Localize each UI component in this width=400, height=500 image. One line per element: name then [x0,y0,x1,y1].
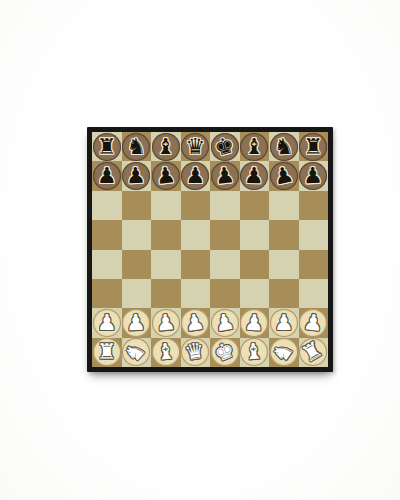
black-rook-disc-a8[interactable]: ♜ [93,133,121,161]
black-bishop-icon: ♝ [244,136,264,158]
square-b4[interactable] [122,250,152,279]
square-a8[interactable]: ♜ [92,132,122,161]
black-pawn-icon: ♟ [244,165,264,188]
square-e4[interactable] [210,250,240,279]
square-h8[interactable]: ♜ [299,132,329,161]
white-pawn-disc-d2[interactable]: ♟ [181,309,209,337]
square-e5[interactable] [210,220,240,249]
white-bishop-disc-f1[interactable]: ♝ [240,338,268,366]
square-c8[interactable]: ♝ [151,132,181,161]
black-pawn-icon: ♟ [303,165,323,188]
black-pawn-disc-a7[interactable]: ♟ [93,162,121,190]
photo-background: ♜♞♝♛♚♝♞♜♟♟♟♟♟♟♟♟♟♟♟♟♟♟♟♟♜♞♝♛♚♝♞♜ [0,0,400,500]
square-c4[interactable] [151,250,181,279]
white-pawn-icon: ♟ [244,311,265,334]
square-h4[interactable] [299,250,329,279]
white-pawn-disc-f2[interactable]: ♟ [240,309,268,337]
square-b6[interactable] [122,191,152,220]
black-pawn-disc-d7[interactable]: ♟ [181,162,209,190]
white-pawn-icon: ♟ [302,311,324,335]
white-pawn-disc-h2[interactable]: ♟ [299,309,327,337]
white-rook-icon: ♜ [299,338,327,367]
white-rook-disc-h1[interactable]: ♜ [299,338,327,366]
square-d8[interactable]: ♛ [181,132,211,161]
black-rook-icon: ♜ [97,136,117,158]
square-g2[interactable]: ♟ [269,308,299,337]
white-pawn-icon: ♟ [126,312,146,335]
white-bishop-disc-c1[interactable]: ♝ [152,338,180,366]
square-d6[interactable] [181,191,211,220]
square-c7[interactable]: ♟ [151,161,181,190]
square-b3[interactable] [122,279,152,308]
white-knight-icon: ♞ [121,338,151,367]
square-d7[interactable]: ♟ [181,161,211,190]
square-a3[interactable] [92,279,122,308]
white-bishop-icon: ♝ [243,340,265,364]
white-king-icon: ♚ [211,338,238,366]
square-f3[interactable] [240,279,270,308]
square-a7[interactable]: ♟ [92,161,122,190]
square-f7[interactable]: ♟ [240,161,270,190]
square-e3[interactable] [210,279,240,308]
square-g6[interactable] [269,191,299,220]
square-c5[interactable] [151,220,181,249]
black-bishop-icon: ♝ [156,136,176,158]
white-bishop-icon: ♝ [155,340,177,364]
square-h3[interactable] [299,279,329,308]
black-pawn-disc-f7[interactable]: ♟ [240,162,268,190]
black-pawn-icon: ♟ [272,163,296,189]
black-pawn-icon: ♟ [126,165,147,188]
black-pawn-disc-h7[interactable]: ♟ [299,162,327,190]
square-c3[interactable] [151,279,181,308]
white-queen-disc-d1[interactable]: ♛ [181,338,209,366]
square-e8[interactable]: ♚ [210,132,240,161]
square-a6[interactable] [92,191,122,220]
black-knight-icon: ♞ [126,136,146,158]
black-queen-disc-d8[interactable]: ♛ [181,133,209,161]
chess-board-frame: ♜♞♝♛♚♝♞♜♟♟♟♟♟♟♟♟♟♟♟♟♟♟♟♟♜♞♝♛♚♝♞♜ [87,127,333,372]
black-pawn-disc-c7[interactable]: ♟ [152,162,180,190]
square-b2[interactable]: ♟ [122,308,152,337]
white-pawn-icon: ♟ [97,312,117,334]
black-knight-disc-g8[interactable]: ♞ [270,133,298,161]
black-pawn-icon: ♟ [185,165,205,187]
black-knight-icon: ♞ [273,135,294,158]
black-queen-icon: ♛ [185,136,205,158]
square-c1[interactable]: ♝ [151,338,181,367]
white-rook-icon: ♜ [97,341,117,363]
square-h1[interactable]: ♜ [299,338,329,367]
white-rook-disc-a1[interactable]: ♜ [93,338,121,366]
square-c6[interactable] [151,191,181,220]
white-pawn-disc-a2[interactable]: ♟ [93,309,121,337]
square-a4[interactable] [92,250,122,279]
square-d5[interactable] [181,220,211,249]
square-f1[interactable]: ♝ [240,338,270,367]
white-king-disc-e1[interactable]: ♚ [211,338,239,366]
square-f2[interactable]: ♟ [240,308,270,337]
white-pawn-icon: ♟ [184,311,207,336]
square-g1[interactable]: ♞ [269,338,299,367]
black-rook-disc-h8[interactable]: ♜ [299,133,327,161]
square-b5[interactable] [122,220,152,249]
square-b1[interactable]: ♞ [122,338,152,367]
square-a5[interactable] [92,220,122,249]
black-pawn-disc-e7[interactable]: ♟ [211,162,239,190]
square-d1[interactable]: ♛ [181,338,211,367]
square-h2[interactable]: ♟ [299,308,329,337]
white-pawn-icon: ♟ [155,311,177,335]
black-knight-disc-b8[interactable]: ♞ [122,133,150,161]
square-d4[interactable] [181,250,211,279]
square-a2[interactable]: ♟ [92,308,122,337]
square-d3[interactable] [181,279,211,308]
white-knight-disc-b1[interactable]: ♞ [122,338,150,366]
black-rook-icon: ♜ [303,136,323,158]
chess-board: ♜♞♝♛♚♝♞♜♟♟♟♟♟♟♟♟♟♟♟♟♟♟♟♟♜♞♝♛♚♝♞♜ [92,132,328,367]
white-knight-icon: ♞ [268,338,297,367]
square-e6[interactable] [210,191,240,220]
square-g8[interactable]: ♞ [269,132,299,161]
black-pawn-icon: ♟ [214,164,236,188]
square-h7[interactable]: ♟ [299,161,329,190]
white-knight-disc-g1[interactable]: ♞ [270,338,298,366]
square-g5[interactable] [269,220,299,249]
square-a1[interactable]: ♜ [92,338,122,367]
black-bishop-disc-c8[interactable]: ♝ [152,133,180,161]
white-pawn-icon: ♟ [213,310,236,335]
black-king-disc-e8[interactable]: ♚ [211,133,239,161]
square-h5[interactable] [299,220,329,249]
square-g7[interactable]: ♟ [269,161,299,190]
white-pawn-disc-c2[interactable]: ♟ [152,309,180,337]
white-queen-icon: ♛ [183,340,206,365]
square-f5[interactable] [240,220,270,249]
black-king-icon: ♚ [212,134,237,160]
black-pawn-disc-b7[interactable]: ♟ [122,162,150,190]
white-pawn-disc-g2[interactable]: ♟ [270,309,298,337]
square-b8[interactable]: ♞ [122,132,152,161]
square-e7[interactable]: ♟ [210,161,240,190]
square-g4[interactable] [269,250,299,279]
white-pawn-disc-e2[interactable]: ♟ [211,309,239,337]
square-f6[interactable] [240,191,270,220]
square-b7[interactable]: ♟ [122,161,152,190]
white-pawn-disc-b2[interactable]: ♟ [122,309,150,337]
black-pawn-icon: ♟ [97,165,117,187]
square-f4[interactable] [240,250,270,279]
black-pawn-disc-g7[interactable]: ♟ [270,162,298,190]
square-d2[interactable]: ♟ [181,308,211,337]
square-g3[interactable] [269,279,299,308]
white-pawn-icon: ♟ [274,312,294,334]
black-bishop-disc-f8[interactable]: ♝ [240,133,268,161]
square-e1[interactable]: ♚ [210,338,240,367]
square-h6[interactable] [299,191,329,220]
square-e2[interactable]: ♟ [210,308,240,337]
square-f8[interactable]: ♝ [240,132,270,161]
black-pawn-icon: ♟ [155,164,177,188]
square-c2[interactable]: ♟ [151,308,181,337]
